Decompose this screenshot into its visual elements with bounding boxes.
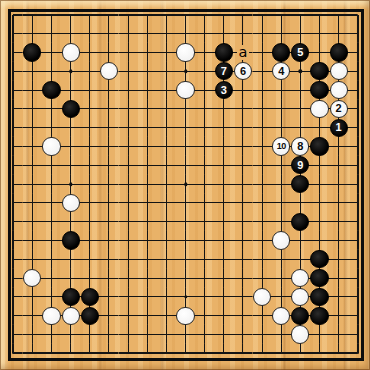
intersection-km[interactable] <box>195 231 214 250</box>
intersection-nc[interactable] <box>253 43 272 62</box>
intersection-aa[interactable] <box>4 6 23 25</box>
intersection-me[interactable] <box>233 81 252 100</box>
intersection-bh[interactable] <box>23 137 42 156</box>
intersection-ja[interactable] <box>176 6 195 25</box>
intersection-la[interactable] <box>214 6 233 25</box>
intersection-hj[interactable] <box>138 175 157 194</box>
intersection-kr[interactable] <box>195 325 214 344</box>
intersection-sg[interactable] <box>348 118 367 137</box>
intersection-er[interactable] <box>80 325 99 344</box>
intersection-ac[interactable] <box>4 43 23 62</box>
intersection-kc[interactable] <box>195 43 214 62</box>
intersection-ls[interactable] <box>214 344 233 363</box>
intersection-ib[interactable] <box>157 24 176 43</box>
intersection-kq[interactable] <box>195 306 214 325</box>
intersection-cs[interactable] <box>42 344 61 363</box>
intersection-ss[interactable] <box>348 344 367 363</box>
intersection-br[interactable] <box>23 325 42 344</box>
intersection-ip[interactable] <box>157 288 176 307</box>
intersection-eq[interactable] <box>80 306 99 325</box>
intersection-im[interactable] <box>157 231 176 250</box>
intersection-rr[interactable] <box>329 325 348 344</box>
intersection-ab[interactable] <box>4 24 23 43</box>
intersection-cp[interactable] <box>42 288 61 307</box>
intersection-cg[interactable] <box>42 118 61 137</box>
intersection-on[interactable] <box>272 250 291 269</box>
intersection-aq[interactable] <box>4 306 23 325</box>
intersection-mn[interactable] <box>233 250 252 269</box>
intersection-fm[interactable] <box>99 231 118 250</box>
intersection-om[interactable] <box>272 231 291 250</box>
intersection-dc[interactable] <box>61 43 80 62</box>
intersection-hf[interactable] <box>138 100 157 119</box>
intersection-co[interactable] <box>42 269 61 288</box>
intersection-ka[interactable] <box>195 6 214 25</box>
intersection-bm[interactable] <box>23 231 42 250</box>
intersection-be[interactable] <box>23 81 42 100</box>
intersection-nf[interactable] <box>253 100 272 119</box>
intersection-od[interactable]: 4 <box>272 62 291 81</box>
intersection-gh[interactable] <box>119 137 138 156</box>
intersection-io[interactable] <box>157 269 176 288</box>
intersection-lo[interactable] <box>214 269 233 288</box>
intersection-eb[interactable] <box>80 24 99 43</box>
intersection-rh[interactable] <box>329 137 348 156</box>
intersection-sh[interactable] <box>348 137 367 156</box>
intersection-nb[interactable] <box>253 24 272 43</box>
intersection-qc[interactable] <box>310 43 329 62</box>
intersection-kd[interactable] <box>195 62 214 81</box>
intersection-qj[interactable] <box>310 175 329 194</box>
intersection-di[interactable] <box>61 156 80 175</box>
intersection-mh[interactable] <box>233 137 252 156</box>
intersection-oh[interactable]: 10 <box>272 137 291 156</box>
intersection-ml[interactable] <box>233 212 252 231</box>
intersection-ic[interactable] <box>157 43 176 62</box>
intersection-jo[interactable] <box>176 269 195 288</box>
intersection-jj[interactable] <box>176 175 195 194</box>
intersection-cj[interactable] <box>42 175 61 194</box>
intersection-ks[interactable] <box>195 344 214 363</box>
intersection-ig[interactable] <box>157 118 176 137</box>
intersection-gl[interactable] <box>119 212 138 231</box>
intersection-ik[interactable] <box>157 194 176 213</box>
intersection-cn[interactable] <box>42 250 61 269</box>
intersection-ho[interactable] <box>138 269 157 288</box>
intersection-mp[interactable] <box>233 288 252 307</box>
intersection-ma[interactable] <box>233 6 252 25</box>
intersection-ki[interactable] <box>195 156 214 175</box>
intersection-aj[interactable] <box>4 175 23 194</box>
intersection-id[interactable] <box>157 62 176 81</box>
intersection-li[interactable] <box>214 156 233 175</box>
intersection-an[interactable] <box>4 250 23 269</box>
intersection-jp[interactable] <box>176 288 195 307</box>
intersection-pq[interactable] <box>291 306 310 325</box>
intersection-jk[interactable] <box>176 194 195 213</box>
intersection-nr[interactable] <box>253 325 272 344</box>
intersection-ae[interactable] <box>4 81 23 100</box>
intersection-mr[interactable] <box>233 325 252 344</box>
intersection-ph[interactable]: 8 <box>291 137 310 156</box>
intersection-kk[interactable] <box>195 194 214 213</box>
intersection-ce[interactable] <box>42 81 61 100</box>
intersection-eh[interactable] <box>80 137 99 156</box>
intersection-qa[interactable] <box>310 6 329 25</box>
intersection-np[interactable] <box>253 288 272 307</box>
intersection-bl[interactable] <box>23 212 42 231</box>
intersection-he[interactable] <box>138 81 157 100</box>
intersection-qr[interactable] <box>310 325 329 344</box>
intersection-dh[interactable] <box>61 137 80 156</box>
intersection-fp[interactable] <box>99 288 118 307</box>
intersection-bp[interactable] <box>23 288 42 307</box>
intersection-pi[interactable]: 9 <box>291 156 310 175</box>
intersection-en[interactable] <box>80 250 99 269</box>
intersection-sq[interactable] <box>348 306 367 325</box>
intersection-ir[interactable] <box>157 325 176 344</box>
intersection-lm[interactable] <box>214 231 233 250</box>
intersection-hk[interactable] <box>138 194 157 213</box>
intersection-es[interactable] <box>80 344 99 363</box>
intersection-lb[interactable] <box>214 24 233 43</box>
intersection-js[interactable] <box>176 344 195 363</box>
intersection-qo[interactable] <box>310 269 329 288</box>
intersection-sr[interactable] <box>348 325 367 344</box>
intersection-cm[interactable] <box>42 231 61 250</box>
intersection-kg[interactable] <box>195 118 214 137</box>
intersection-no[interactable] <box>253 269 272 288</box>
intersection-ar[interactable] <box>4 325 23 344</box>
intersection-hq[interactable] <box>138 306 157 325</box>
intersection-dg[interactable] <box>61 118 80 137</box>
intersection-nl[interactable] <box>253 212 272 231</box>
intersection-fh[interactable] <box>99 137 118 156</box>
intersection-kp[interactable] <box>195 288 214 307</box>
intersection-cl[interactable] <box>42 212 61 231</box>
intersection-ie[interactable] <box>157 81 176 100</box>
intersection-ge[interactable] <box>119 81 138 100</box>
intersection-sa[interactable] <box>348 6 367 25</box>
intersection-oi[interactable] <box>272 156 291 175</box>
intersection-pe[interactable] <box>291 81 310 100</box>
intersection-mi[interactable] <box>233 156 252 175</box>
intersection-pn[interactable] <box>291 250 310 269</box>
intersection-eg[interactable] <box>80 118 99 137</box>
intersection-nq[interactable] <box>253 306 272 325</box>
intersection-dj[interactable] <box>61 175 80 194</box>
intersection-md[interactable]: 6 <box>233 62 252 81</box>
intersection-ha[interactable] <box>138 6 157 25</box>
intersection-hn[interactable] <box>138 250 157 269</box>
intersection-hl[interactable] <box>138 212 157 231</box>
intersection-gg[interactable] <box>119 118 138 137</box>
intersection-ei[interactable] <box>80 156 99 175</box>
intersection-ah[interactable] <box>4 137 23 156</box>
intersection-le[interactable]: 3 <box>214 81 233 100</box>
intersection-nk[interactable] <box>253 194 272 213</box>
intersection-fo[interactable] <box>99 269 118 288</box>
intersection-or[interactable] <box>272 325 291 344</box>
intersection-gb[interactable] <box>119 24 138 43</box>
intersection-ij[interactable] <box>157 175 176 194</box>
intersection-bd[interactable] <box>23 62 42 81</box>
intersection-lf[interactable] <box>214 100 233 119</box>
intersection-mj[interactable] <box>233 175 252 194</box>
intersection-pd[interactable] <box>291 62 310 81</box>
intersection-fj[interactable] <box>99 175 118 194</box>
intersection-pc[interactable]: 5 <box>291 43 310 62</box>
intersection-pk[interactable] <box>291 194 310 213</box>
intersection-rq[interactable] <box>329 306 348 325</box>
intersection-of[interactable] <box>272 100 291 119</box>
intersection-mk[interactable] <box>233 194 252 213</box>
intersection-mg[interactable] <box>233 118 252 137</box>
intersection-fk[interactable] <box>99 194 118 213</box>
intersection-ms[interactable] <box>233 344 252 363</box>
intersection-ch[interactable] <box>42 137 61 156</box>
intersection-oj[interactable] <box>272 175 291 194</box>
intersection-ih[interactable] <box>157 137 176 156</box>
intersection-jm[interactable] <box>176 231 195 250</box>
intersection-ni[interactable] <box>253 156 272 175</box>
intersection-as[interactable] <box>4 344 23 363</box>
intersection-bo[interactable] <box>23 269 42 288</box>
intersection-lr[interactable] <box>214 325 233 344</box>
intersection-gn[interactable] <box>119 250 138 269</box>
intersection-pa[interactable] <box>291 6 310 25</box>
intersection-kl[interactable] <box>195 212 214 231</box>
intersection-ed[interactable] <box>80 62 99 81</box>
intersection-ii[interactable] <box>157 156 176 175</box>
intersection-jb[interactable] <box>176 24 195 43</box>
intersection-oe[interactable] <box>272 81 291 100</box>
intersection-cc[interactable] <box>42 43 61 62</box>
intersection-hr[interactable] <box>138 325 157 344</box>
intersection-pg[interactable] <box>291 118 310 137</box>
intersection-jq[interactable] <box>176 306 195 325</box>
intersection-ok[interactable] <box>272 194 291 213</box>
intersection-lk[interactable] <box>214 194 233 213</box>
intersection-ad[interactable] <box>4 62 23 81</box>
intersection-af[interactable] <box>4 100 23 119</box>
intersection-ps[interactable] <box>291 344 310 363</box>
intersection-jc[interactable] <box>176 43 195 62</box>
intersection-bf[interactable] <box>23 100 42 119</box>
intersection-ap[interactable] <box>4 288 23 307</box>
intersection-mq[interactable] <box>233 306 252 325</box>
intersection-fe[interactable] <box>99 81 118 100</box>
intersection-dd[interactable] <box>61 62 80 81</box>
intersection-fd[interactable] <box>99 62 118 81</box>
intersection-ee[interactable] <box>80 81 99 100</box>
intersection-sj[interactable] <box>348 175 367 194</box>
intersection-mo[interactable] <box>233 269 252 288</box>
intersection-so[interactable] <box>348 269 367 288</box>
intersection-fr[interactable] <box>99 325 118 344</box>
intersection-ri[interactable] <box>329 156 348 175</box>
intersection-ck[interactable] <box>42 194 61 213</box>
intersection-pb[interactable] <box>291 24 310 43</box>
intersection-qf[interactable] <box>310 100 329 119</box>
intersection-og[interactable] <box>272 118 291 137</box>
intersection-fg[interactable] <box>99 118 118 137</box>
intersection-rs[interactable] <box>329 344 348 363</box>
intersection-hd[interactable] <box>138 62 157 81</box>
intersection-lq[interactable] <box>214 306 233 325</box>
intersection-si[interactable] <box>348 156 367 175</box>
intersection-kn[interactable] <box>195 250 214 269</box>
intersection-se[interactable] <box>348 81 367 100</box>
intersection-gc[interactable] <box>119 43 138 62</box>
intersection-nm[interactable] <box>253 231 272 250</box>
intersection-rb[interactable] <box>329 24 348 43</box>
intersection-ns[interactable] <box>253 344 272 363</box>
intersection-ci[interactable] <box>42 156 61 175</box>
intersection-ji[interactable] <box>176 156 195 175</box>
intersection-op[interactable] <box>272 288 291 307</box>
intersection-jf[interactable] <box>176 100 195 119</box>
intersection-is[interactable] <box>157 344 176 363</box>
intersection-ob[interactable] <box>272 24 291 43</box>
intersection-de[interactable] <box>61 81 80 100</box>
intersection-ld[interactable]: 7 <box>214 62 233 81</box>
intersection-if[interactable] <box>157 100 176 119</box>
intersection-cb[interactable] <box>42 24 61 43</box>
intersection-oo[interactable] <box>272 269 291 288</box>
intersection-qp[interactable] <box>310 288 329 307</box>
intersection-ep[interactable] <box>80 288 99 307</box>
intersection-oc[interactable] <box>272 43 291 62</box>
intersection-gd[interactable] <box>119 62 138 81</box>
intersection-jl[interactable] <box>176 212 195 231</box>
intersection-ea[interactable] <box>80 6 99 25</box>
intersection-hp[interactable] <box>138 288 157 307</box>
intersection-bn[interactable] <box>23 250 42 269</box>
intersection-ia[interactable] <box>157 6 176 25</box>
intersection-jh[interactable] <box>176 137 195 156</box>
intersection-ef[interactable] <box>80 100 99 119</box>
intersection-sp[interactable] <box>348 288 367 307</box>
intersection-bc[interactable] <box>23 43 42 62</box>
intersection-pm[interactable] <box>291 231 310 250</box>
intersection-qb[interactable] <box>310 24 329 43</box>
intersection-bi[interactable] <box>23 156 42 175</box>
intersection-ca[interactable] <box>42 6 61 25</box>
intersection-qn[interactable] <box>310 250 329 269</box>
intersection-il[interactable] <box>157 212 176 231</box>
intersection-ek[interactable] <box>80 194 99 213</box>
intersection-ol[interactable] <box>272 212 291 231</box>
intersection-ba[interactable] <box>23 6 42 25</box>
intersection-hc[interactable] <box>138 43 157 62</box>
intersection-mc[interactable]: a <box>233 43 252 62</box>
intersection-kf[interactable] <box>195 100 214 119</box>
intersection-cd[interactable] <box>42 62 61 81</box>
intersection-fc[interactable] <box>99 43 118 62</box>
intersection-sl[interactable] <box>348 212 367 231</box>
intersection-rf[interactable]: 2 <box>329 100 348 119</box>
intersection-pp[interactable] <box>291 288 310 307</box>
intersection-ai[interactable] <box>4 156 23 175</box>
intersection-lh[interactable] <box>214 137 233 156</box>
intersection-rl[interactable] <box>329 212 348 231</box>
intersection-ak[interactable] <box>4 194 23 213</box>
intersection-rn[interactable] <box>329 250 348 269</box>
intersection-iq[interactable] <box>157 306 176 325</box>
intersection-hg[interactable] <box>138 118 157 137</box>
intersection-pr[interactable] <box>291 325 310 344</box>
intersection-fi[interactable] <box>99 156 118 175</box>
intersection-ga[interactable] <box>119 6 138 25</box>
intersection-fa[interactable] <box>99 6 118 25</box>
intersection-hi[interactable] <box>138 156 157 175</box>
intersection-hh[interactable] <box>138 137 157 156</box>
intersection-rd[interactable] <box>329 62 348 81</box>
intersection-am[interactable] <box>4 231 23 250</box>
intersection-ag[interactable] <box>4 118 23 137</box>
intersection-ke[interactable] <box>195 81 214 100</box>
intersection-bj[interactable] <box>23 175 42 194</box>
intersection-nj[interactable] <box>253 175 272 194</box>
intersection-fl[interactable] <box>99 212 118 231</box>
intersection-pf[interactable] <box>291 100 310 119</box>
intersection-sm[interactable] <box>348 231 367 250</box>
intersection-ql[interactable] <box>310 212 329 231</box>
intersection-gr[interactable] <box>119 325 138 344</box>
intersection-ng[interactable] <box>253 118 272 137</box>
intersection-kj[interactable] <box>195 175 214 194</box>
intersection-pj[interactable] <box>291 175 310 194</box>
intersection-jd[interactable] <box>176 62 195 81</box>
intersection-nh[interactable] <box>253 137 272 156</box>
intersection-mf[interactable] <box>233 100 252 119</box>
intersection-go[interactable] <box>119 269 138 288</box>
intersection-qe[interactable] <box>310 81 329 100</box>
intersection-dl[interactable] <box>61 212 80 231</box>
intersection-pl[interactable] <box>291 212 310 231</box>
intersection-rg[interactable]: 1 <box>329 118 348 137</box>
intersection-re[interactable] <box>329 81 348 100</box>
intersection-gm[interactable] <box>119 231 138 250</box>
intersection-em[interactable] <box>80 231 99 250</box>
intersection-ra[interactable] <box>329 6 348 25</box>
intersection-qi[interactable] <box>310 156 329 175</box>
intersection-cr[interactable] <box>42 325 61 344</box>
intersection-ko[interactable] <box>195 269 214 288</box>
intersection-in[interactable] <box>157 250 176 269</box>
intersection-ln[interactable] <box>214 250 233 269</box>
intersection-rj[interactable] <box>329 175 348 194</box>
intersection-lg[interactable] <box>214 118 233 137</box>
intersection-gi[interactable] <box>119 156 138 175</box>
intersection-bg[interactable] <box>23 118 42 137</box>
intersection-sc[interactable] <box>348 43 367 62</box>
intersection-po[interactable] <box>291 269 310 288</box>
intersection-dr[interactable] <box>61 325 80 344</box>
intersection-nd[interactable] <box>253 62 272 81</box>
intersection-cq[interactable] <box>42 306 61 325</box>
intersection-fn[interactable] <box>99 250 118 269</box>
intersection-rm[interactable] <box>329 231 348 250</box>
intersection-dq[interactable] <box>61 306 80 325</box>
intersection-rc[interactable] <box>329 43 348 62</box>
intersection-ds[interactable] <box>61 344 80 363</box>
intersection-db[interactable] <box>61 24 80 43</box>
intersection-el[interactable] <box>80 212 99 231</box>
intersection-al[interactable] <box>4 212 23 231</box>
intersection-ej[interactable] <box>80 175 99 194</box>
